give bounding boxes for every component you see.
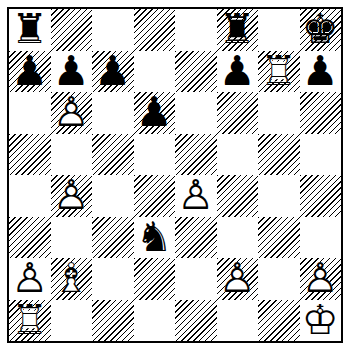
square-d7[interactable] — [134, 51, 176, 93]
square-b6[interactable]: ♟♙ — [51, 92, 93, 134]
square-b8[interactable] — [51, 9, 93, 51]
square-c8[interactable] — [92, 9, 134, 51]
square-e6[interactable] — [175, 92, 217, 134]
square-f2[interactable]: ♟♙ — [217, 258, 259, 300]
piece-white-pawn[interactable]: ♟♙ — [51, 175, 93, 217]
piece-white-rook[interactable]: ♜♖ — [9, 300, 51, 342]
chess-board-frame: ♜♜♚♟♟♟♟♜♖♟♟♙♟♟♙♟♙♞♟♙♝♗♟♙♟♙♜♖♚♔ — [7, 7, 343, 343]
square-e3[interactable] — [175, 217, 217, 259]
white-piece-outline-layer: ♙ — [9, 258, 51, 300]
square-h1[interactable]: ♚♔ — [300, 300, 342, 342]
white-piece-outline-layer: ♙ — [217, 258, 259, 300]
square-a4[interactable] — [9, 175, 51, 217]
square-g3[interactable] — [258, 217, 300, 259]
square-h5[interactable] — [300, 134, 342, 176]
square-f8[interactable]: ♜ — [217, 9, 259, 51]
square-h7[interactable]: ♟ — [300, 51, 342, 93]
square-d8[interactable] — [134, 9, 176, 51]
square-d6[interactable]: ♟ — [134, 92, 176, 134]
square-b3[interactable] — [51, 217, 93, 259]
white-piece-outline-layer: ♙ — [300, 258, 342, 300]
white-piece-outline-layer: ♙ — [51, 92, 93, 134]
piece-white-pawn[interactable]: ♟♙ — [9, 258, 51, 300]
white-piece-outline-layer: ♙ — [51, 175, 93, 217]
square-f3[interactable] — [217, 217, 259, 259]
black-piece-glyph: ♞ — [134, 217, 176, 259]
square-d3[interactable]: ♞ — [134, 217, 176, 259]
square-b7[interactable]: ♟ — [51, 51, 93, 93]
square-f5[interactable] — [217, 134, 259, 176]
square-f6[interactable] — [217, 92, 259, 134]
square-e2[interactable] — [175, 258, 217, 300]
square-g2[interactable] — [258, 258, 300, 300]
square-g5[interactable] — [258, 134, 300, 176]
square-f1[interactable] — [217, 300, 259, 342]
piece-black-rook[interactable]: ♜ — [9, 9, 51, 51]
square-e8[interactable] — [175, 9, 217, 51]
square-e7[interactable] — [175, 51, 217, 93]
piece-white-pawn[interactable]: ♟♙ — [51, 92, 93, 134]
white-piece-outline-layer: ♖ — [258, 51, 300, 93]
square-h8[interactable]: ♚ — [300, 9, 342, 51]
square-a1[interactable]: ♜♖ — [9, 300, 51, 342]
square-h2[interactable]: ♟♙ — [300, 258, 342, 300]
square-d1[interactable] — [134, 300, 176, 342]
square-g7[interactable]: ♜♖ — [258, 51, 300, 93]
square-d5[interactable] — [134, 134, 176, 176]
black-piece-glyph: ♜ — [217, 9, 259, 51]
square-b4[interactable]: ♟♙ — [51, 175, 93, 217]
square-h3[interactable] — [300, 217, 342, 259]
black-piece-glyph: ♟ — [51, 51, 93, 93]
chess-board: ♜♜♚♟♟♟♟♜♖♟♟♙♟♟♙♟♙♞♟♙♝♗♟♙♟♙♜♖♚♔ — [9, 9, 341, 341]
square-a8[interactable]: ♜ — [9, 9, 51, 51]
piece-black-king[interactable]: ♚ — [300, 9, 342, 51]
square-b2[interactable]: ♝♗ — [51, 258, 93, 300]
white-piece-outline-layer: ♗ — [51, 258, 93, 300]
piece-white-bishop[interactable]: ♝♗ — [51, 258, 93, 300]
white-piece-outline-layer: ♔ — [300, 300, 342, 342]
piece-black-rook[interactable]: ♜ — [217, 9, 259, 51]
square-c7[interactable]: ♟ — [92, 51, 134, 93]
square-a6[interactable] — [9, 92, 51, 134]
piece-black-pawn[interactable]: ♟ — [300, 51, 342, 93]
black-piece-glyph: ♟ — [134, 92, 176, 134]
black-piece-glyph: ♟ — [92, 51, 134, 93]
piece-white-king[interactable]: ♚♔ — [300, 300, 342, 342]
white-piece-outline-layer: ♖ — [9, 300, 51, 342]
square-d2[interactable] — [134, 258, 176, 300]
square-e1[interactable] — [175, 300, 217, 342]
square-g1[interactable] — [258, 300, 300, 342]
square-b1[interactable] — [51, 300, 93, 342]
piece-white-pawn[interactable]: ♟♙ — [300, 258, 342, 300]
square-d4[interactable] — [134, 175, 176, 217]
piece-black-pawn[interactable]: ♟ — [217, 51, 259, 93]
square-c6[interactable] — [92, 92, 134, 134]
piece-black-pawn[interactable]: ♟ — [9, 51, 51, 93]
square-h4[interactable] — [300, 175, 342, 217]
piece-white-pawn[interactable]: ♟♙ — [217, 258, 259, 300]
square-c4[interactable] — [92, 175, 134, 217]
square-a2[interactable]: ♟♙ — [9, 258, 51, 300]
square-e4[interactable]: ♟♙ — [175, 175, 217, 217]
square-a7[interactable]: ♟ — [9, 51, 51, 93]
square-g8[interactable] — [258, 9, 300, 51]
piece-black-knight[interactable]: ♞ — [134, 217, 176, 259]
square-g4[interactable] — [258, 175, 300, 217]
black-piece-glyph: ♟ — [300, 51, 342, 93]
square-e5[interactable] — [175, 134, 217, 176]
piece-black-pawn[interactable]: ♟ — [51, 51, 93, 93]
square-c2[interactable] — [92, 258, 134, 300]
square-f7[interactable]: ♟ — [217, 51, 259, 93]
piece-black-pawn[interactable]: ♟ — [92, 51, 134, 93]
black-piece-glyph: ♜ — [9, 9, 51, 51]
square-c1[interactable] — [92, 300, 134, 342]
piece-black-pawn[interactable]: ♟ — [134, 92, 176, 134]
black-piece-glyph: ♚ — [300, 9, 342, 51]
square-a3[interactable] — [9, 217, 51, 259]
black-piece-glyph: ♟ — [9, 51, 51, 93]
square-f4[interactable] — [217, 175, 259, 217]
square-g6[interactable] — [258, 92, 300, 134]
square-c5[interactable] — [92, 134, 134, 176]
square-b5[interactable] — [51, 134, 93, 176]
square-a5[interactable] — [9, 134, 51, 176]
square-c3[interactable] — [92, 217, 134, 259]
piece-white-rook[interactable]: ♜♖ — [258, 51, 300, 93]
black-piece-glyph: ♟ — [217, 51, 259, 93]
piece-white-pawn[interactable]: ♟♙ — [175, 175, 217, 217]
square-h6[interactable] — [300, 92, 342, 134]
white-piece-outline-layer: ♙ — [175, 175, 217, 217]
